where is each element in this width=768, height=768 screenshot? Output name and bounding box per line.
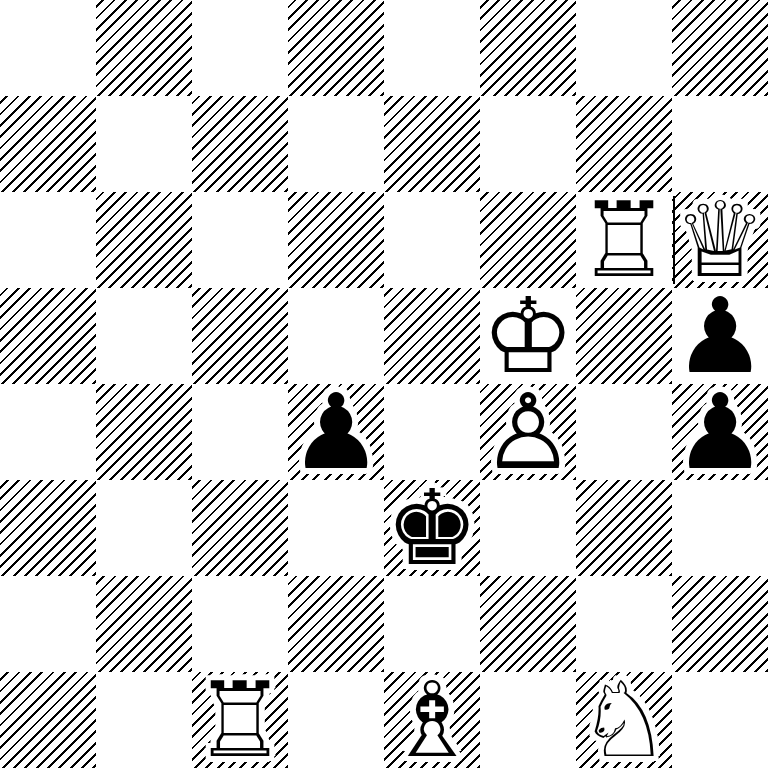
square-e6[interactable] — [384, 192, 480, 288]
square-b2[interactable] — [96, 576, 192, 672]
piece-black-pawn[interactable]: ♟♟ — [672, 384, 768, 480]
square-h7[interactable] — [672, 96, 768, 192]
square-f4[interactable]: ♟♙ — [480, 384, 576, 480]
piece-glyph: ♗ — [384, 672, 480, 768]
square-d6[interactable] — [288, 192, 384, 288]
square-b4[interactable] — [96, 384, 192, 480]
square-d8[interactable] — [288, 0, 384, 96]
square-g3[interactable] — [576, 480, 672, 576]
square-b6[interactable] — [96, 192, 192, 288]
piece-white-knight[interactable]: ♞♘ — [576, 672, 672, 768]
square-c2[interactable] — [192, 576, 288, 672]
square-c7[interactable] — [192, 96, 288, 192]
square-c5[interactable] — [192, 288, 288, 384]
square-e5[interactable] — [384, 288, 480, 384]
square-b1[interactable] — [96, 672, 192, 768]
square-f2[interactable] — [480, 576, 576, 672]
piece-white-rook[interactable]: ♜♖ — [576, 192, 672, 288]
square-g1[interactable]: ♞♘ — [576, 672, 672, 768]
piece-glyph: ♙ — [480, 384, 576, 480]
square-h4[interactable]: ♟♟ — [672, 384, 768, 480]
square-h1[interactable] — [672, 672, 768, 768]
square-a3[interactable] — [0, 480, 96, 576]
square-d3[interactable] — [288, 480, 384, 576]
piece-glyph: ♟ — [288, 384, 384, 480]
piece-glyph: ♔ — [480, 288, 576, 384]
square-c8[interactable] — [192, 0, 288, 96]
square-g5[interactable] — [576, 288, 672, 384]
square-f8[interactable] — [480, 0, 576, 96]
square-g8[interactable] — [576, 0, 672, 96]
square-b7[interactable] — [96, 96, 192, 192]
square-e7[interactable] — [384, 96, 480, 192]
square-a6[interactable] — [0, 192, 96, 288]
square-c3[interactable] — [192, 480, 288, 576]
piece-black-pawn[interactable]: ♟♟ — [288, 384, 384, 480]
square-d2[interactable] — [288, 576, 384, 672]
square-b3[interactable] — [96, 480, 192, 576]
square-a2[interactable] — [0, 576, 96, 672]
piece-black-pawn[interactable]: ♟♟ — [672, 288, 768, 384]
square-d4[interactable]: ♟♟ — [288, 384, 384, 480]
square-e8[interactable] — [384, 0, 480, 96]
piece-glyph: ♚ — [384, 480, 480, 576]
piece-white-queen[interactable]: ♛♕ — [672, 192, 768, 288]
square-g2[interactable] — [576, 576, 672, 672]
square-c4[interactable] — [192, 384, 288, 480]
square-h6[interactable]: ♛♕ — [672, 192, 768, 288]
square-b8[interactable] — [96, 0, 192, 96]
stray-vertical-line — [673, 196, 675, 284]
piece-white-bishop[interactable]: ♝♗ — [384, 672, 480, 768]
square-e3[interactable]: ♚♚ — [384, 480, 480, 576]
square-h2[interactable] — [672, 576, 768, 672]
piece-glyph: ♟ — [672, 288, 768, 384]
square-e1[interactable]: ♝♗ — [384, 672, 480, 768]
square-a7[interactable] — [0, 96, 96, 192]
square-f3[interactable] — [480, 480, 576, 576]
piece-glyph: ♕ — [672, 192, 768, 288]
square-a8[interactable] — [0, 0, 96, 96]
piece-white-pawn[interactable]: ♟♙ — [480, 384, 576, 480]
square-h5[interactable]: ♟♟ — [672, 288, 768, 384]
square-f5[interactable]: ♚♔ — [480, 288, 576, 384]
square-h8[interactable] — [672, 0, 768, 96]
square-g4[interactable] — [576, 384, 672, 480]
square-b5[interactable] — [96, 288, 192, 384]
square-a5[interactable] — [0, 288, 96, 384]
square-a4[interactable] — [0, 384, 96, 480]
piece-white-king[interactable]: ♚♔ — [480, 288, 576, 384]
square-c1[interactable]: ♜♖ — [192, 672, 288, 768]
piece-glyph: ♘ — [576, 672, 672, 768]
square-g7[interactable] — [576, 96, 672, 192]
square-d1[interactable] — [288, 672, 384, 768]
square-f1[interactable] — [480, 672, 576, 768]
square-d5[interactable] — [288, 288, 384, 384]
piece-white-rook[interactable]: ♜♖ — [192, 672, 288, 768]
square-e4[interactable] — [384, 384, 480, 480]
chess-board: ♜♖♛♕♚♔♟♟♟♟♟♙♟♟♚♚♜♖♝♗♞♘ — [0, 0, 768, 768]
square-c6[interactable] — [192, 192, 288, 288]
square-f7[interactable] — [480, 96, 576, 192]
piece-glyph: ♖ — [576, 192, 672, 288]
square-e2[interactable] — [384, 576, 480, 672]
square-h3[interactable] — [672, 480, 768, 576]
square-d7[interactable] — [288, 96, 384, 192]
piece-glyph: ♖ — [192, 672, 288, 768]
square-a1[interactable] — [0, 672, 96, 768]
square-g6[interactable]: ♜♖ — [576, 192, 672, 288]
piece-black-king[interactable]: ♚♚ — [384, 480, 480, 576]
piece-glyph: ♟ — [672, 384, 768, 480]
square-f6[interactable] — [480, 192, 576, 288]
